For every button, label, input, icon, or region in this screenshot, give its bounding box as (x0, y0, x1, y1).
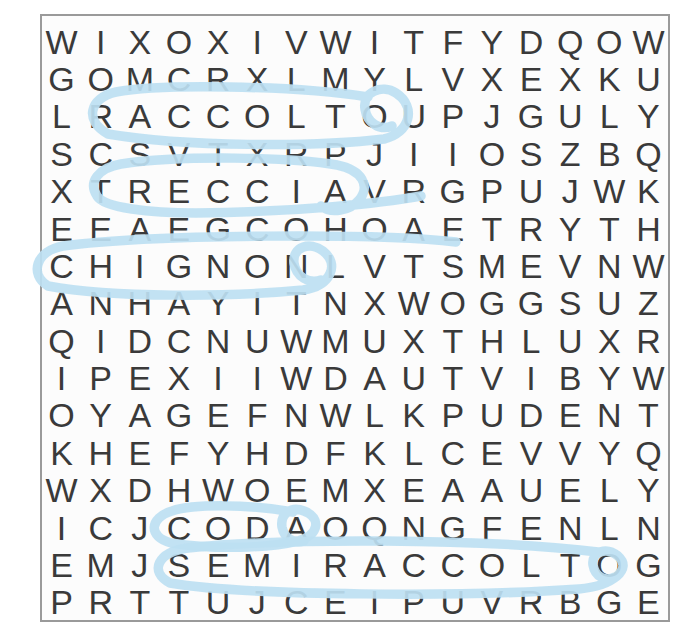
grid-cell[interactable]: F (472, 509, 511, 546)
grid-cell[interactable]: K (42, 434, 81, 471)
grid-cell[interactable]: G (433, 173, 472, 210)
grid-cell[interactable]: O (42, 397, 81, 434)
grid-cell[interactable]: C (159, 509, 198, 546)
grid-cell[interactable]: I (394, 135, 433, 172)
grid-cell[interactable]: U (629, 60, 668, 97)
grid-cell[interactable]: W (629, 359, 668, 396)
grid-cell[interactable]: O (238, 247, 277, 284)
grid-cell[interactable]: E (277, 472, 316, 509)
grid-cell[interactable]: L (277, 98, 316, 135)
grid-cell[interactable]: W (629, 247, 668, 284)
grid-cell[interactable]: K (355, 434, 394, 471)
grid-cell[interactable]: C (199, 98, 238, 135)
grid-cell[interactable]: F (316, 434, 355, 471)
grid-cell[interactable]: R (120, 173, 159, 210)
grid-cell[interactable]: O (238, 98, 277, 135)
grid-cell[interactable]: J (120, 509, 159, 546)
grid-cell[interactable]: L (277, 60, 316, 97)
grid-cell[interactable]: I (355, 23, 394, 60)
grid-cell[interactable]: F (159, 434, 198, 471)
grid-cell[interactable]: S (433, 247, 472, 284)
grid-cell[interactable]: N (590, 397, 629, 434)
grid-cell[interactable]: E (472, 434, 511, 471)
grid-cell[interactable]: U (551, 98, 590, 135)
grid-cell[interactable]: U (355, 322, 394, 359)
grid-cell[interactable]: E (199, 546, 238, 583)
grid-cell[interactable]: Q (355, 509, 394, 546)
grid-cell[interactable]: T (199, 135, 238, 172)
grid-cell[interactable]: B (590, 135, 629, 172)
grid-cell[interactable]: M (316, 472, 355, 509)
grid-cell[interactable]: K (629, 173, 668, 210)
grid-cell[interactable]: T (472, 210, 511, 247)
grid-cell[interactable]: E (316, 584, 355, 621)
grid-cell[interactable]: U (590, 285, 629, 322)
grid-cell[interactable]: X (199, 23, 238, 60)
grid-cell[interactable]: O (590, 23, 629, 60)
grid-cell[interactable]: X (551, 60, 590, 97)
grid-cell[interactable]: K (590, 60, 629, 97)
grid-cell[interactable]: J (551, 173, 590, 210)
grid-cell[interactable]: U (199, 584, 238, 621)
grid-cell[interactable]: J (355, 135, 394, 172)
grid-cell[interactable]: O (590, 546, 629, 583)
grid-cell[interactable]: W (42, 23, 81, 60)
grid-cell[interactable]: A (120, 397, 159, 434)
grid-cell[interactable]: U (394, 359, 433, 396)
grid-cell[interactable]: Y (472, 23, 511, 60)
grid-cell[interactable]: E (159, 173, 198, 210)
grid-cell[interactable]: D (512, 23, 551, 60)
grid-cell[interactable]: R (629, 322, 668, 359)
grid-cell[interactable]: J (472, 98, 511, 135)
grid-cell[interactable]: O (355, 98, 394, 135)
grid-cell[interactable]: T (394, 247, 433, 284)
grid-cell[interactable]: U (512, 472, 551, 509)
grid-cell[interactable]: N (629, 509, 668, 546)
grid-cell[interactable]: A (355, 546, 394, 583)
grid-cell[interactable]: E (629, 584, 668, 621)
grid-cell[interactable]: X (355, 472, 394, 509)
grid-cell[interactable]: N (277, 397, 316, 434)
grid-cell[interactable]: G (42, 60, 81, 97)
grid-cell[interactable]: F (238, 397, 277, 434)
grid-cell[interactable]: Y (199, 434, 238, 471)
grid-cell[interactable]: P (81, 359, 120, 396)
grid-cell[interactable]: E (120, 359, 159, 396)
grid-cell[interactable]: X (394, 322, 433, 359)
grid-cell[interactable]: L (42, 98, 81, 135)
grid-cell[interactable]: X (472, 60, 511, 97)
grid-cell[interactable]: F (433, 23, 472, 60)
grid-cell[interactable]: D (512, 397, 551, 434)
grid-cell[interactable]: A (433, 472, 472, 509)
grid-cell[interactable]: X (355, 285, 394, 322)
grid-cell[interactable]: O (277, 210, 316, 247)
grid-cell[interactable]: L (355, 397, 394, 434)
grid-cell[interactable]: O (472, 546, 511, 583)
grid-cell[interactable]: W (629, 23, 668, 60)
grid-cell[interactable]: B (551, 359, 590, 396)
grid-cell[interactable]: H (159, 472, 198, 509)
grid-cell[interactable]: D (238, 509, 277, 546)
grid-cell[interactable]: N (316, 285, 355, 322)
grid-cell[interactable]: X (238, 135, 277, 172)
grid-cell[interactable]: L (590, 98, 629, 135)
grid-cell[interactable]: I (355, 584, 394, 621)
grid-cell[interactable]: O (433, 285, 472, 322)
grid-cell[interactable]: R (199, 60, 238, 97)
grid-cell[interactable]: E (81, 210, 120, 247)
grid-cell[interactable]: Y (551, 210, 590, 247)
grid-cell[interactable]: G (472, 285, 511, 322)
grid-cell[interactable]: X (120, 23, 159, 60)
grid-cell[interactable]: I (42, 359, 81, 396)
grid-cell[interactable]: N (590, 247, 629, 284)
grid-cell[interactable]: A (316, 173, 355, 210)
grid-cell[interactable]: R (512, 584, 551, 621)
grid-cell[interactable]: R (277, 135, 316, 172)
grid-cell[interactable]: G (199, 210, 238, 247)
grid-cell[interactable]: W (394, 285, 433, 322)
grid-cell[interactable]: N (199, 322, 238, 359)
grid-cell[interactable]: C (277, 584, 316, 621)
grid-cell[interactable]: N (551, 509, 590, 546)
grid-cell[interactable]: A (472, 472, 511, 509)
grid-cell[interactable]: H (120, 285, 159, 322)
grid-cell[interactable]: Z (551, 135, 590, 172)
grid-cell[interactable]: C (199, 173, 238, 210)
grid-cell[interactable]: N (277, 247, 316, 284)
grid-cell[interactable]: L (512, 546, 551, 583)
grid-cell[interactable]: R (81, 584, 120, 621)
grid-cell[interactable]: V (512, 434, 551, 471)
grid-cell[interactable]: L (590, 472, 629, 509)
grid-cell[interactable]: P (433, 98, 472, 135)
grid-cell[interactable]: C (159, 322, 198, 359)
grid-cell[interactable]: L (590, 509, 629, 546)
grid-cell[interactable]: E (433, 210, 472, 247)
grid-cell[interactable]: P (42, 584, 81, 621)
grid-cell[interactable]: X (159, 359, 198, 396)
grid-cell[interactable]: D (120, 472, 159, 509)
grid-cell[interactable]: G (590, 584, 629, 621)
grid-cell[interactable]: M (472, 247, 511, 284)
grid-cell[interactable]: T (433, 359, 472, 396)
grid-cell[interactable]: O (316, 509, 355, 546)
grid-cell[interactable]: T (551, 546, 590, 583)
grid-cell[interactable]: T (316, 98, 355, 135)
grid-cell[interactable]: A (120, 210, 159, 247)
grid-cell[interactable]: W (590, 173, 629, 210)
grid-cell[interactable]: X (81, 472, 120, 509)
grid-cell[interactable]: C (238, 173, 277, 210)
grid-cell[interactable]: U (238, 322, 277, 359)
grid-cell[interactable]: H (81, 247, 120, 284)
grid-cell[interactable]: W (199, 472, 238, 509)
grid-cell[interactable]: V (355, 173, 394, 210)
grid-cell[interactable]: I (81, 322, 120, 359)
grid-cell[interactable]: U (433, 584, 472, 621)
grid-cell[interactable]: C (42, 247, 81, 284)
grid-cell[interactable]: W (42, 472, 81, 509)
grid-cell[interactable]: U (394, 98, 433, 135)
grid-cell[interactable]: C (159, 60, 198, 97)
grid-cell[interactable]: I (277, 173, 316, 210)
grid-cell[interactable]: W (316, 397, 355, 434)
grid-cell[interactable]: C (433, 546, 472, 583)
grid-cell[interactable]: I (512, 359, 551, 396)
grid-cell[interactable]: O (81, 60, 120, 97)
grid-cell[interactable]: I (277, 546, 316, 583)
grid-cell[interactable]: I (42, 509, 81, 546)
grid-cell[interactable]: C (394, 546, 433, 583)
grid-cell[interactable]: X (238, 60, 277, 97)
grid-cell[interactable]: D (120, 322, 159, 359)
grid-cell[interactable]: E (42, 546, 81, 583)
grid-cell[interactable]: P (472, 173, 511, 210)
grid-cell[interactable]: I (238, 285, 277, 322)
grid-cell[interactable]: C (81, 509, 120, 546)
grid-cell[interactable]: L (512, 322, 551, 359)
grid-cell[interactable]: A (120, 98, 159, 135)
grid-cell[interactable]: U (472, 397, 511, 434)
grid-cell[interactable]: X (590, 322, 629, 359)
grid-cell[interactable]: S (120, 135, 159, 172)
grid-cell[interactable]: V (551, 247, 590, 284)
grid-cell[interactable]: L (394, 434, 433, 471)
grid-cell[interactable]: H (238, 434, 277, 471)
grid-cell[interactable]: Q (42, 322, 81, 359)
grid-cell[interactable]: O (199, 509, 238, 546)
grid-cell[interactable]: E (551, 397, 590, 434)
grid-cell[interactable]: H (629, 210, 668, 247)
grid-cell[interactable]: O (238, 472, 277, 509)
grid-cell[interactable]: M (81, 546, 120, 583)
grid-cell[interactable]: E (394, 472, 433, 509)
grid-cell[interactable]: A (159, 285, 198, 322)
letter-grid: WIXOXIVWITFYDQOWGOMCRXLMYLVXEXKULRACCOLT… (42, 23, 668, 621)
grid-cell[interactable]: T (159, 584, 198, 621)
grid-cell[interactable]: Q (629, 434, 668, 471)
grid-cell[interactable]: S (551, 285, 590, 322)
grid-cell[interactable]: I (238, 359, 277, 396)
grid-cell[interactable]: Y (355, 60, 394, 97)
grid-cell[interactable]: N (81, 285, 120, 322)
word-search-board: WIXOXIVWITFYDQOWGOMCRXLMYLVXEXKULRACCOLT… (40, 14, 670, 622)
grid-cell[interactable]: E (42, 210, 81, 247)
grid-cell[interactable]: G (159, 397, 198, 434)
grid-cell[interactable]: Y (590, 359, 629, 396)
grid-cell[interactable]: D (277, 434, 316, 471)
grid-cell[interactable]: H (316, 210, 355, 247)
grid-cell[interactable]: Y (629, 98, 668, 135)
grid-cell[interactable]: N (199, 247, 238, 284)
grid-cell[interactable]: C (238, 210, 277, 247)
grid-cell[interactable]: K (394, 397, 433, 434)
grid-cell[interactable]: A (277, 509, 316, 546)
grid-cell[interactable]: R (316, 546, 355, 583)
grid-cell[interactable]: H (81, 434, 120, 471)
grid-cell[interactable]: L (394, 60, 433, 97)
grid-cell[interactable]: G (629, 546, 668, 583)
grid-cell[interactable]: T (394, 23, 433, 60)
grid-cell[interactable]: W (316, 23, 355, 60)
grid-cell[interactable]: L (316, 247, 355, 284)
grid-cell[interactable]: R (512, 210, 551, 247)
grid-cell[interactable]: A (42, 285, 81, 322)
grid-cell[interactable]: C (159, 98, 198, 135)
grid-cell[interactable]: H (472, 322, 511, 359)
grid-cell[interactable]: I (81, 23, 120, 60)
grid-cell[interactable]: Y (199, 285, 238, 322)
grid-cell[interactable]: O (472, 135, 511, 172)
grid-cell[interactable]: T (590, 210, 629, 247)
grid-cell[interactable]: A (394, 210, 433, 247)
grid-cell[interactable]: Z (629, 285, 668, 322)
grid-cell[interactable]: I (238, 23, 277, 60)
grid-cell[interactable]: T (120, 584, 159, 621)
grid-cell[interactable]: V (472, 584, 511, 621)
grid-cell[interactable]: E (551, 472, 590, 509)
grid-cell[interactable]: T (433, 322, 472, 359)
grid-cell[interactable]: P (433, 397, 472, 434)
grid-cell[interactable]: W (277, 322, 316, 359)
grid-cell[interactable]: S (512, 135, 551, 172)
grid-cell[interactable]: V (433, 60, 472, 97)
grid-cell[interactable]: D (316, 359, 355, 396)
grid-cell[interactable]: S (159, 546, 198, 583)
grid-cell[interactable]: C (433, 434, 472, 471)
grid-cell[interactable]: E (120, 434, 159, 471)
grid-cell[interactable]: E (512, 509, 551, 546)
grid-cell[interactable]: Q (629, 135, 668, 172)
grid-cell[interactable]: R (81, 98, 120, 135)
grid-cell[interactable]: M (238, 546, 277, 583)
grid-cell[interactable]: M (120, 60, 159, 97)
grid-cell[interactable]: T (629, 397, 668, 434)
grid-cell[interactable]: A (355, 359, 394, 396)
grid-cell[interactable]: B (551, 584, 590, 621)
grid-cell[interactable]: V (551, 434, 590, 471)
grid-cell[interactable]: M (316, 322, 355, 359)
grid-cell[interactable]: Y (629, 472, 668, 509)
grid-cell[interactable]: X (42, 173, 81, 210)
grid-cell[interactable]: P (394, 584, 433, 621)
grid-cell[interactable]: V (277, 23, 316, 60)
grid-cell[interactable]: U (551, 322, 590, 359)
grid-cell[interactable]: G (433, 509, 472, 546)
grid-cell[interactable]: J (120, 546, 159, 583)
grid-cell[interactable]: R (394, 173, 433, 210)
grid-cell[interactable]: S (42, 135, 81, 172)
grid-cell[interactable]: U (512, 173, 551, 210)
grid-cell[interactable]: E (512, 247, 551, 284)
grid-cell[interactable]: G (512, 98, 551, 135)
grid-cell[interactable]: N (394, 509, 433, 546)
grid-cell[interactable]: E (199, 397, 238, 434)
grid-cell[interactable]: C (81, 135, 120, 172)
grid-cell[interactable]: Y (590, 434, 629, 471)
grid-cell[interactable]: G (512, 285, 551, 322)
grid-cell[interactable]: G (159, 247, 198, 284)
grid-cell[interactable]: P (316, 135, 355, 172)
grid-cell[interactable]: T (81, 173, 120, 210)
grid-cell[interactable]: J (238, 584, 277, 621)
grid-cell[interactable]: Q (551, 23, 590, 60)
grid-cell[interactable]: W (277, 359, 316, 396)
grid-cell[interactable]: V (355, 247, 394, 284)
grid-cell[interactable]: I (199, 359, 238, 396)
grid-cell[interactable]: E (159, 210, 198, 247)
grid-cell[interactable]: Y (81, 397, 120, 434)
grid-cell[interactable]: I (120, 247, 159, 284)
grid-cell[interactable]: I (433, 135, 472, 172)
grid-cell[interactable]: E (512, 60, 551, 97)
grid-cell[interactable]: T (277, 285, 316, 322)
grid-cell[interactable]: V (159, 135, 198, 172)
grid-cell[interactable]: O (159, 23, 198, 60)
grid-cell[interactable]: M (316, 60, 355, 97)
grid-cell[interactable]: V (472, 359, 511, 396)
grid-cell[interactable]: O (355, 210, 394, 247)
